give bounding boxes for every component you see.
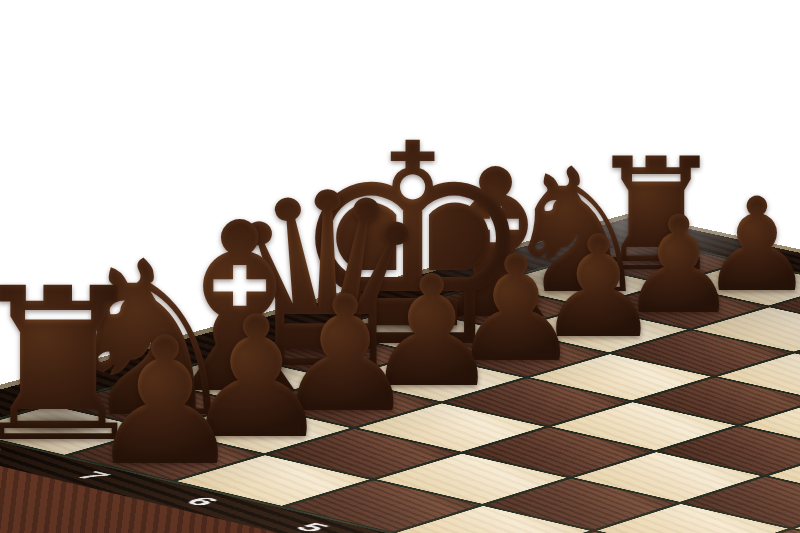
piece-black-pawn-a7[interactable]: ♟ bbox=[86, 314, 244, 491]
chess-photo-scene: 87654321 ♜♞♝♛♚♝♞♜♟♟♟♟♟♟♟♟ bbox=[0, 0, 800, 533]
